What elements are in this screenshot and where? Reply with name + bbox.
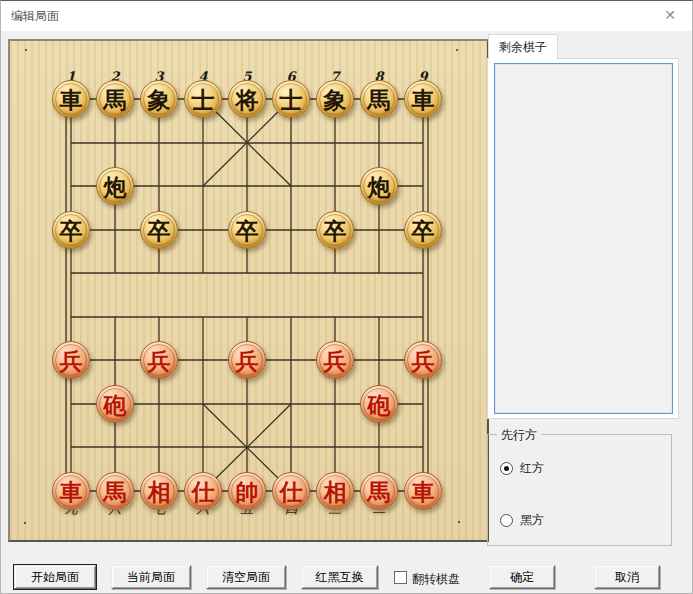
red-piece-兵[interactable]: 兵 [316, 341, 354, 379]
radio-black-circle [500, 514, 513, 527]
dialog-title: 编辑局面 [11, 8, 59, 25]
title-bar: 编辑局面 ✕ [1, 1, 692, 31]
side-to-move-group: 先行方 红方 黑方 [487, 434, 672, 546]
black-piece-士[interactable]: 士 [184, 80, 222, 118]
radio-red-label: 红方 [520, 460, 544, 477]
red-piece-兵[interactable]: 兵 [228, 341, 266, 379]
radio-red-side[interactable]: 红方 [500, 461, 544, 475]
red-piece-兵[interactable]: 兵 [52, 341, 90, 379]
tab-remaining-pieces[interactable]: 剩余棋子 [488, 34, 558, 59]
black-piece-将[interactable]: 将 [228, 80, 266, 118]
radio-black-label: 黑方 [520, 512, 544, 529]
remaining-pieces-list[interactable] [494, 63, 673, 414]
side-to-move-group-title: 先行方 [497, 427, 541, 444]
black-piece-車[interactable]: 車 [52, 80, 90, 118]
xiangqi-board[interactable]: 123456789九八七六五四三二一 車馬象士将士象馬車炮炮卒卒卒卒卒兵兵兵兵兵… [8, 39, 489, 542]
black-piece-卒[interactable]: 卒 [228, 211, 266, 249]
black-piece-卒[interactable]: 卒 [52, 211, 90, 249]
black-piece-象[interactable]: 象 [140, 80, 178, 118]
red-piece-馬[interactable]: 馬 [96, 472, 134, 510]
red-piece-仕[interactable]: 仕 [184, 472, 222, 510]
remaining-pieces-page [487, 58, 679, 419]
radio-red-circle [500, 462, 513, 475]
tab-remaining-pieces-label: 剩余棋子 [499, 39, 547, 56]
board-corner-dot [458, 521, 460, 523]
red-piece-砲[interactable]: 砲 [360, 385, 398, 423]
black-piece-士[interactable]: 士 [272, 80, 310, 118]
board-corner-dot [25, 49, 27, 51]
black-piece-車[interactable]: 車 [404, 80, 442, 118]
swap-red-black-button[interactable]: 红黑互换 [301, 565, 378, 589]
clear-position-button[interactable]: 清空局面 [206, 565, 286, 589]
red-piece-兵[interactable]: 兵 [404, 341, 442, 379]
edit-position-dialog: 编辑局面 ✕ 123456789九八七六五四三二一 車馬象士将士象馬車炮炮卒卒卒… [0, 0, 693, 594]
board-corner-dot [24, 522, 26, 524]
red-piece-車[interactable]: 車 [52, 472, 90, 510]
flip-board-checkbox[interactable] [394, 571, 407, 584]
black-piece-卒[interactable]: 卒 [316, 211, 354, 249]
red-piece-仕[interactable]: 仕 [272, 472, 310, 510]
flip-board-label: 翻转棋盘 [412, 571, 460, 588]
red-piece-相[interactable]: 相 [316, 472, 354, 510]
black-piece-炮[interactable]: 炮 [96, 167, 134, 205]
current-position-button[interactable]: 当前局面 [111, 565, 191, 589]
ok-button[interactable]: 确定 [489, 565, 555, 589]
red-piece-相[interactable]: 相 [140, 472, 178, 510]
radio-black-side[interactable]: 黑方 [500, 513, 544, 527]
red-piece-車[interactable]: 車 [404, 472, 442, 510]
close-icon[interactable]: ✕ [656, 3, 684, 27]
red-piece-馬[interactable]: 馬 [360, 472, 398, 510]
black-piece-卒[interactable]: 卒 [140, 211, 178, 249]
red-piece-兵[interactable]: 兵 [140, 341, 178, 379]
black-piece-馬[interactable]: 馬 [96, 80, 134, 118]
black-piece-炮[interactable]: 炮 [360, 167, 398, 205]
cancel-button[interactable]: 取消 [594, 565, 660, 589]
black-piece-馬[interactable]: 馬 [360, 80, 398, 118]
red-piece-帥[interactable]: 帥 [228, 472, 266, 510]
black-piece-象[interactable]: 象 [316, 80, 354, 118]
board-corner-dot [456, 49, 458, 51]
start-position-button[interactable]: 开始局面 [14, 565, 96, 589]
red-piece-砲[interactable]: 砲 [96, 385, 134, 423]
black-piece-卒[interactable]: 卒 [404, 211, 442, 249]
